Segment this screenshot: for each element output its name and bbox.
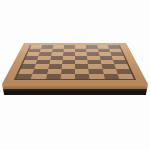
board-square-c1[interactable] — [46, 74, 61, 79]
chess-board — [2, 43, 148, 84]
board-border — [2, 43, 148, 84]
photo-background — [0, 0, 150, 150]
board-square-f1[interactable] — [89, 74, 104, 79]
board-square-d1[interactable] — [60, 74, 75, 79]
board-front-edge — [2, 84, 148, 89]
board-square-h1[interactable] — [117, 74, 134, 79]
board-base — [3, 89, 147, 95]
board-square-e1[interactable] — [75, 74, 90, 79]
board-square-b1[interactable] — [31, 74, 47, 79]
board-grid — [14, 45, 136, 80]
